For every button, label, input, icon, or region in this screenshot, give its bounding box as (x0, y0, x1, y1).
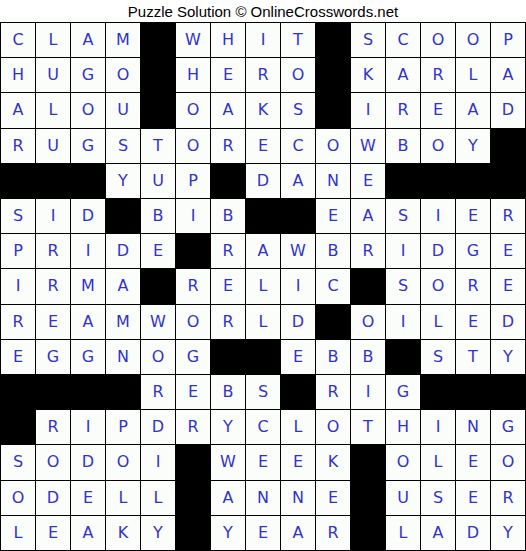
crossword-grid: CLAMWHITSCOOPHUGOHEROKARLAALOUOAKSIREADR… (0, 22, 526, 551)
letter-cell-r15c5: Y (141, 516, 175, 550)
letter-cell-r5c11: E (351, 164, 385, 198)
letter-cell-r15c10: R (316, 516, 350, 550)
letter-cell-r12c13: I (421, 410, 455, 444)
letter-cell-r5c6: P (176, 164, 210, 198)
letter-cell-r7c2: R (36, 234, 70, 268)
letter-cell-r13c15: O (491, 445, 525, 479)
letter-cell-r4c12: B (386, 129, 420, 163)
letter-cell-r12c9: L (281, 410, 315, 444)
letter-cell-r7c11: R (351, 234, 385, 268)
black-cell-r5c15 (491, 164, 525, 198)
black-cell-r5c3 (71, 164, 105, 198)
letter-cell-r14c13: S (421, 481, 455, 515)
letter-cell-r14c9: N (281, 481, 315, 515)
letter-cell-r4c5: T (141, 129, 175, 163)
black-cell-r11c2 (36, 375, 70, 409)
letter-cell-r8c15: E (491, 269, 525, 303)
letter-cell-r9c14: E (456, 305, 490, 339)
letter-cell-r8c6: R (176, 269, 210, 303)
letter-cell-r14c10: E (316, 481, 350, 515)
letter-cell-r14c3: E (71, 481, 105, 515)
black-cell-r8c5 (141, 269, 175, 303)
letter-cell-r1c8: I (246, 23, 280, 57)
letter-cell-r4c10: O (316, 129, 350, 163)
letter-cell-r6c11: A (351, 199, 385, 233)
letter-cell-r15c13: A (421, 516, 455, 550)
letter-cell-r10c10: B (316, 340, 350, 374)
letter-cell-r15c2: E (36, 516, 70, 550)
letter-cell-r13c10: K (316, 445, 350, 479)
letter-cell-r1c4: M (106, 23, 140, 57)
letter-cell-r14c8: N (246, 481, 280, 515)
black-cell-r1c10 (316, 23, 350, 57)
black-cell-r15c11 (351, 516, 385, 550)
black-cell-r10c8 (246, 340, 280, 374)
letter-cell-r1c6: W (176, 23, 210, 57)
black-cell-r11c15 (491, 375, 525, 409)
letter-cell-r12c15: G (491, 410, 525, 444)
letter-cell-r3c4: U (106, 93, 140, 127)
letter-cell-r4c11: W (351, 129, 385, 163)
letter-cell-r8c14: R (456, 269, 490, 303)
letter-cell-r9c13: L (421, 305, 455, 339)
letter-cell-r15c1: L (1, 516, 35, 550)
letter-cell-r12c11: T (351, 410, 385, 444)
letter-cell-r12c12: H (386, 410, 420, 444)
letter-cell-r4c2: U (36, 129, 70, 163)
black-cell-r5c13 (421, 164, 455, 198)
letter-cell-r4c9: C (281, 129, 315, 163)
letter-cell-r3c2: L (36, 93, 70, 127)
letter-cell-r6c15: R (491, 199, 525, 233)
letter-cell-r2c14: L (456, 58, 490, 92)
letter-cell-r12c4: P (106, 410, 140, 444)
letter-cell-r10c4: N (106, 340, 140, 374)
letter-cell-r2c8: R (246, 58, 280, 92)
letter-cell-r2c12: A (386, 58, 420, 92)
letter-cell-r15c3: A (71, 516, 105, 550)
letter-cell-r10c11: B (351, 340, 385, 374)
letter-cell-r9c2: E (36, 305, 70, 339)
letter-cell-r10c15: Y (491, 340, 525, 374)
letter-cell-r13c9: E (281, 445, 315, 479)
letter-cell-r13c3: D (71, 445, 105, 479)
black-cell-r9c10 (316, 305, 350, 339)
letter-cell-r4c1: R (1, 129, 35, 163)
letter-cell-r2c13: R (421, 58, 455, 92)
letter-cell-r6c7: B (211, 199, 245, 233)
black-cell-r11c9 (281, 375, 315, 409)
letter-cell-r9c9: D (281, 305, 315, 339)
letter-cell-r3c13: E (421, 93, 455, 127)
black-cell-r3c10 (316, 93, 350, 127)
letter-cell-r11c8: S (246, 375, 280, 409)
letter-cell-r10c1: E (1, 340, 35, 374)
letter-cell-r9c12: I (386, 305, 420, 339)
letter-cell-r14c5: L (141, 481, 175, 515)
letter-cell-r12c8: C (246, 410, 280, 444)
letter-cell-r12c6: R (176, 410, 210, 444)
letter-cell-r14c14: E (456, 481, 490, 515)
letter-cell-r3c11: I (351, 93, 385, 127)
letter-cell-r1c1: C (1, 23, 35, 57)
letter-cell-r3c3: O (71, 93, 105, 127)
letter-cell-r9c8: L (246, 305, 280, 339)
letter-cell-r5c10: N (316, 164, 350, 198)
letter-cell-r15c14: D (456, 516, 490, 550)
letter-cell-r13c1: S (1, 445, 35, 479)
black-cell-r10c12 (386, 340, 420, 374)
black-cell-r5c1 (1, 164, 35, 198)
letter-cell-r9c5: W (141, 305, 175, 339)
letter-cell-r4c13: O (421, 129, 455, 163)
letter-cell-r4c7: R (211, 129, 245, 163)
letter-cell-r15c8: E (246, 516, 280, 550)
letter-cell-r14c12: U (386, 481, 420, 515)
black-cell-r10c7 (211, 340, 245, 374)
letter-cell-r13c14: E (456, 445, 490, 479)
letter-cell-r10c3: G (71, 340, 105, 374)
letter-cell-r3c14: A (456, 93, 490, 127)
letter-cell-r11c7: B (211, 375, 245, 409)
letter-cell-r1c15: P (491, 23, 525, 57)
black-cell-r11c4 (106, 375, 140, 409)
letter-cell-r12c14: N (456, 410, 490, 444)
black-cell-r11c14 (456, 375, 490, 409)
letter-cell-r5c9: A (281, 164, 315, 198)
letter-cell-r9c4: M (106, 305, 140, 339)
letter-cell-r9c3: A (71, 305, 105, 339)
letter-cell-r14c4: L (106, 481, 140, 515)
letter-cell-r1c2: L (36, 23, 70, 57)
letter-cell-r10c13: S (421, 340, 455, 374)
letter-cell-r7c13: D (421, 234, 455, 268)
letter-cell-r9c6: O (176, 305, 210, 339)
letter-cell-r5c5: U (141, 164, 175, 198)
letter-cell-r2c6: H (176, 58, 210, 92)
letter-cell-r13c12: O (386, 445, 420, 479)
letter-cell-r13c8: E (246, 445, 280, 479)
letter-cell-r13c4: O (106, 445, 140, 479)
letter-cell-r13c2: O (36, 445, 70, 479)
letter-cell-r4c3: G (71, 129, 105, 163)
letter-cell-r6c14: E (456, 199, 490, 233)
letter-cell-r6c2: I (36, 199, 70, 233)
letter-cell-r7c7: R (211, 234, 245, 268)
letter-cell-r15c15: Y (491, 516, 525, 550)
letter-cell-r9c1: R (1, 305, 35, 339)
letter-cell-r12c5: D (141, 410, 175, 444)
black-cell-r5c14 (456, 164, 490, 198)
letter-cell-r2c9: O (281, 58, 315, 92)
letter-cell-r8c13: O (421, 269, 455, 303)
letter-cell-r13c5: I (141, 445, 175, 479)
letter-cell-r7c1: P (1, 234, 35, 268)
black-cell-r12c1 (1, 410, 35, 444)
letter-cell-r3c12: R (386, 93, 420, 127)
letter-cell-r3c8: K (246, 93, 280, 127)
letter-cell-r2c7: E (211, 58, 245, 92)
letter-cell-r7c3: I (71, 234, 105, 268)
black-cell-r15c6 (176, 516, 210, 550)
letter-cell-r3c7: A (211, 93, 245, 127)
black-cell-r3c5 (141, 93, 175, 127)
letter-cell-r2c2: U (36, 58, 70, 92)
letter-cell-r15c12: L (386, 516, 420, 550)
letter-cell-r3c9: S (281, 93, 315, 127)
letter-cell-r10c14: T (456, 340, 490, 374)
letter-cell-r10c5: O (141, 340, 175, 374)
letter-cell-r8c2: R (36, 269, 70, 303)
black-cell-r1c5 (141, 23, 175, 57)
letter-cell-r2c15: A (491, 58, 525, 92)
letter-cell-r15c4: K (106, 516, 140, 550)
black-cell-r8c11 (351, 269, 385, 303)
letter-cell-r11c11: I (351, 375, 385, 409)
letter-cell-r8c7: E (211, 269, 245, 303)
letter-cell-r13c7: W (211, 445, 245, 479)
letter-cell-r11c5: R (141, 375, 175, 409)
letter-cell-r4c14: Y (456, 129, 490, 163)
letter-cell-r12c2: R (36, 410, 70, 444)
letter-cell-r10c2: G (36, 340, 70, 374)
letter-cell-r7c10: B (316, 234, 350, 268)
letter-cell-r7c15: E (491, 234, 525, 268)
letter-cell-r4c6: O (176, 129, 210, 163)
letter-cell-r7c14: G (456, 234, 490, 268)
black-cell-r6c8 (246, 199, 280, 233)
letter-cell-r8c3: M (71, 269, 105, 303)
letter-cell-r11c12: G (386, 375, 420, 409)
letter-cell-r6c1: S (1, 199, 35, 233)
letter-cell-r13c13: L (421, 445, 455, 479)
black-cell-r4c15 (491, 129, 525, 163)
letter-cell-r8c9: I (281, 269, 315, 303)
letter-cell-r14c7: A (211, 481, 245, 515)
letter-cell-r11c10: R (316, 375, 350, 409)
letter-cell-r3c15: D (491, 93, 525, 127)
black-cell-r11c1 (1, 375, 35, 409)
black-cell-r5c12 (386, 164, 420, 198)
letter-cell-r10c9: E (281, 340, 315, 374)
letter-cell-r1c12: C (386, 23, 420, 57)
letter-cell-r15c9: A (281, 516, 315, 550)
letter-cell-r12c10: O (316, 410, 350, 444)
letter-cell-r2c11: K (351, 58, 385, 92)
letter-cell-r6c10: E (316, 199, 350, 233)
letter-cell-r3c1: A (1, 93, 35, 127)
letter-cell-r8c1: I (1, 269, 35, 303)
letter-cell-r4c4: S (106, 129, 140, 163)
letter-cell-r8c12: S (386, 269, 420, 303)
letter-cell-r6c6: I (176, 199, 210, 233)
letter-cell-r1c3: A (71, 23, 105, 57)
black-cell-r14c6 (176, 481, 210, 515)
letter-cell-r14c2: D (36, 481, 70, 515)
letter-cell-r7c9: W (281, 234, 315, 268)
letter-cell-r6c3: D (71, 199, 105, 233)
letter-cell-r7c5: E (141, 234, 175, 268)
letter-cell-r3c6: O (176, 93, 210, 127)
letter-cell-r1c7: H (211, 23, 245, 57)
letter-cell-r4c8: E (246, 129, 280, 163)
letter-cell-r1c14: O (456, 23, 490, 57)
letter-cell-r1c13: O (421, 23, 455, 57)
letter-cell-r11c6: E (176, 375, 210, 409)
black-cell-r13c6 (176, 445, 210, 479)
letter-cell-r8c8: L (246, 269, 280, 303)
black-cell-r5c7 (211, 164, 245, 198)
black-cell-r5c2 (36, 164, 70, 198)
letter-cell-r15c7: Y (211, 516, 245, 550)
letter-cell-r12c7: Y (211, 410, 245, 444)
letter-cell-r9c11: O (351, 305, 385, 339)
letter-cell-r14c1: O (1, 481, 35, 515)
letter-cell-r1c11: S (351, 23, 385, 57)
puzzle-solution-page: Puzzle Solution © OnlineCrosswords.net C… (0, 0, 526, 551)
black-cell-r6c4 (106, 199, 140, 233)
letter-cell-r10c6: G (176, 340, 210, 374)
letter-cell-r8c4: A (106, 269, 140, 303)
letter-cell-r9c7: R (211, 305, 245, 339)
black-cell-r11c13 (421, 375, 455, 409)
letter-cell-r2c4: O (106, 58, 140, 92)
page-title: Puzzle Solution © OnlineCrosswords.net (0, 0, 526, 22)
letter-cell-r6c5: B (141, 199, 175, 233)
letter-cell-r12c3: I (71, 410, 105, 444)
letter-cell-r7c12: I (386, 234, 420, 268)
letter-cell-r7c4: D (106, 234, 140, 268)
letter-cell-r7c8: A (246, 234, 280, 268)
letter-cell-r1c9: T (281, 23, 315, 57)
letter-cell-r8c10: C (316, 269, 350, 303)
letter-cell-r5c8: D (246, 164, 280, 198)
black-cell-r2c10 (316, 58, 350, 92)
black-cell-r13c11 (351, 445, 385, 479)
letter-cell-r6c12: S (386, 199, 420, 233)
letter-cell-r5c4: Y (106, 164, 140, 198)
letter-cell-r2c3: G (71, 58, 105, 92)
black-cell-r14c11 (351, 481, 385, 515)
black-cell-r7c6 (176, 234, 210, 268)
black-cell-r6c9 (281, 199, 315, 233)
letter-cell-r14c15: R (491, 481, 525, 515)
black-cell-r11c3 (71, 375, 105, 409)
letter-cell-r6c13: I (421, 199, 455, 233)
black-cell-r2c5 (141, 58, 175, 92)
letter-cell-r9c15: D (491, 305, 525, 339)
letter-cell-r2c1: H (1, 58, 35, 92)
